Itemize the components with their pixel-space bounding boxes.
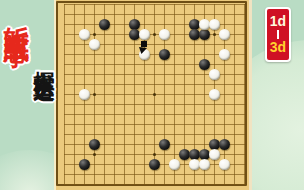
black-stone (89, 139, 100, 150)
black-stone (189, 29, 200, 40)
white-stone (209, 149, 220, 160)
star-point (93, 93, 96, 96)
star-point (93, 33, 96, 36)
white-stone (159, 29, 170, 40)
star-point (93, 153, 96, 156)
white-stone (219, 159, 230, 170)
video-thumbnail: 斩断实战恶手 探索棋之正道 1d 3d (0, 0, 304, 190)
rank-badge: 1d 3d (265, 7, 291, 62)
star-point (213, 33, 216, 36)
black-stone (179, 149, 190, 160)
black-stone (209, 139, 220, 150)
black-stone (79, 159, 90, 170)
board-edge-highlight (249, 0, 252, 190)
white-stone (199, 159, 210, 170)
black-stone (159, 139, 170, 150)
white-stone (139, 29, 150, 40)
rank-badge-top: 1d (270, 14, 286, 29)
black-stone (159, 49, 170, 60)
star-point (153, 153, 156, 156)
title-red-vertical: 斩断实战恶手 (1, 7, 34, 25)
white-stone (189, 159, 200, 170)
star-point (153, 33, 156, 36)
black-stone (199, 59, 210, 70)
white-stone (79, 29, 90, 40)
white-stone (209, 89, 220, 100)
black-stone (199, 149, 210, 160)
black-stone (149, 159, 160, 170)
move-marker-square (141, 41, 147, 47)
rank-badge-divider (277, 30, 280, 39)
black-stone (219, 139, 230, 150)
white-stone (219, 49, 230, 60)
black-stone (129, 19, 140, 30)
white-stone (199, 19, 210, 30)
title-black-vertical: 探索棋之正道 (30, 54, 58, 66)
white-stone (209, 19, 220, 30)
star-point (153, 93, 156, 96)
black-stone (99, 19, 110, 30)
white-stone (209, 69, 220, 80)
black-stone (129, 29, 140, 40)
white-stone (89, 39, 100, 50)
black-stone (199, 29, 210, 40)
white-stone (79, 89, 90, 100)
black-stone (189, 149, 200, 160)
rank-badge-bottom: 3d (270, 40, 286, 55)
white-stone (219, 29, 230, 40)
white-stone (169, 159, 180, 170)
black-stone (189, 19, 200, 30)
